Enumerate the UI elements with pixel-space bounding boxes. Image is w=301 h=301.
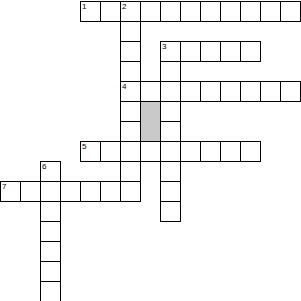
grid-cell-r11c2[interactable] bbox=[40, 221, 61, 242]
grid-cell-r5c8[interactable] bbox=[160, 101, 181, 122]
grid-cell-r7c5[interactable] bbox=[100, 141, 121, 162]
grid-cell-r0c11[interactable] bbox=[220, 1, 241, 22]
grid-cell-r4c8[interactable] bbox=[160, 81, 181, 102]
grid-cell-r0c6[interactable] bbox=[120, 1, 141, 22]
crossword-board: 1234567 bbox=[0, 0, 301, 301]
grid-cell-r7c7[interactable] bbox=[140, 141, 161, 162]
grid-cell-r9c5[interactable] bbox=[100, 181, 121, 202]
grid-cell-r4c9[interactable] bbox=[180, 81, 201, 102]
grid-cell-r1c6[interactable] bbox=[120, 21, 141, 42]
grid-cell-r4c12[interactable] bbox=[240, 81, 261, 102]
grid-cell-r0c9[interactable] bbox=[180, 1, 201, 22]
grid-cell-r6c8[interactable] bbox=[160, 121, 181, 142]
grid-cell-r2c10[interactable] bbox=[200, 41, 221, 62]
grid-cell-r8c6[interactable] bbox=[120, 161, 141, 182]
grid-cell-r7c6[interactable] bbox=[120, 141, 141, 162]
grid-cell-r4c11[interactable] bbox=[220, 81, 241, 102]
grid-cell-r0c14[interactable] bbox=[280, 1, 301, 22]
grid-cell-r0c7[interactable] bbox=[140, 1, 161, 22]
grid-cell-r0c13[interactable] bbox=[260, 1, 281, 22]
grid-cell-r4c13[interactable] bbox=[260, 81, 281, 102]
grid-cell-r2c12[interactable] bbox=[240, 41, 261, 62]
grid-cell-r7c12[interactable] bbox=[240, 141, 261, 162]
grid-cell-r7c8[interactable] bbox=[160, 141, 181, 162]
grid-cell-r0c8[interactable] bbox=[160, 1, 181, 22]
grid-cell-r8c2[interactable] bbox=[40, 161, 61, 182]
grid-cell-r2c9[interactable] bbox=[180, 41, 201, 62]
grid-cell-r5c6[interactable] bbox=[120, 101, 141, 122]
grid-cell-r4c7[interactable] bbox=[140, 81, 161, 102]
grid-cell-r0c10[interactable] bbox=[200, 1, 221, 22]
grid-cell-r7c4[interactable] bbox=[80, 141, 101, 162]
grid-cell-r7c9[interactable] bbox=[180, 141, 201, 162]
grid-cell-r4c14[interactable] bbox=[280, 81, 301, 102]
grid-cell-r7c11[interactable] bbox=[220, 141, 241, 162]
grid-cell-r9c6[interactable] bbox=[120, 181, 141, 202]
grid-cell-r2c6[interactable] bbox=[120, 41, 141, 62]
grid-cell-r3c6[interactable] bbox=[120, 61, 141, 82]
grid-cell-r2c11[interactable] bbox=[220, 41, 241, 62]
grid-cell-r10c2[interactable] bbox=[40, 201, 61, 222]
grid-cell-r9c2[interactable] bbox=[40, 181, 61, 202]
grid-cell-r6c6[interactable] bbox=[120, 121, 141, 142]
grid-cell-r10c8[interactable] bbox=[160, 201, 181, 222]
grid-cell-r9c8[interactable] bbox=[160, 181, 181, 202]
grid-cell-r9c1[interactable] bbox=[20, 181, 41, 202]
grid-cell-r0c4[interactable] bbox=[80, 1, 101, 22]
grid-cell-r4c10[interactable] bbox=[200, 81, 221, 102]
grid-cell-r8c8[interactable] bbox=[160, 161, 181, 182]
grid-cell-r3c8[interactable] bbox=[160, 61, 181, 82]
grid-cell-r9c3[interactable] bbox=[60, 181, 81, 202]
grid-cell-r9c0[interactable] bbox=[0, 181, 21, 202]
grid-cell-r4c6[interactable] bbox=[120, 81, 141, 102]
grid-cell-r7c10[interactable] bbox=[200, 141, 221, 162]
grid-cell-r2c8[interactable] bbox=[160, 41, 181, 62]
grid-cell-r0c5[interactable] bbox=[100, 1, 121, 22]
grid-cell-r14c2[interactable] bbox=[40, 281, 61, 301]
grid-cell-r12c2[interactable] bbox=[40, 241, 61, 262]
grid-cell-r9c4[interactable] bbox=[80, 181, 101, 202]
shaded-block bbox=[140, 101, 161, 142]
grid-cell-r0c12[interactable] bbox=[240, 1, 261, 22]
grid-cell-r13c2[interactable] bbox=[40, 261, 61, 282]
